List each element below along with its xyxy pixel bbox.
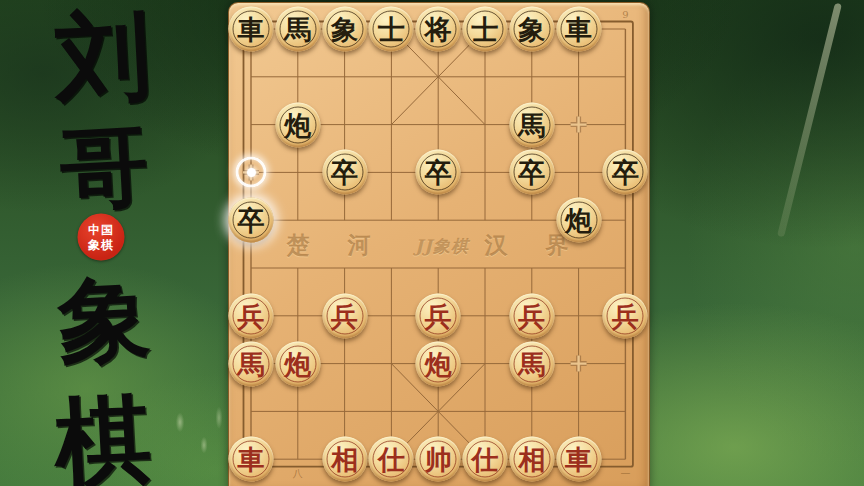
piece-glyph: 仕 [472,446,499,473]
river-label-left: 楚 河 [286,230,385,261]
app-watermark: JJ象棋 [415,235,469,258]
file-label-top-9: 9 [622,9,628,20]
piece-black-将[interactable]: 将 [416,7,461,52]
piece-glyph: 士 [472,16,499,43]
piece-glyph: 馬 [518,111,545,138]
piece-glyph: 士 [378,16,405,43]
piece-red-仕[interactable]: 仕 [463,437,508,482]
calligraphy-char-1: 刘 [53,7,154,108]
piece-red-馬[interactable]: 馬 [509,341,554,386]
piece-glyph: 卒 [331,159,358,186]
piece-glyph: 炮 [565,207,592,234]
seal-text-line2: 象棋 [88,237,114,251]
light-twigs [168,395,228,486]
xiangqi-board[interactable]: 楚 河 JJ象棋 汉 界 123456789九八七六五四三二一 車馬象士将士象車… [228,2,650,486]
piece-black-士[interactable]: 士 [369,7,414,52]
piece-glyph: 兵 [238,302,265,329]
piece-red-兵[interactable]: 兵 [322,293,367,338]
piece-red-兵[interactable]: 兵 [416,293,461,338]
piece-black-馬[interactable]: 馬 [509,102,554,147]
tree-trunk [777,3,842,238]
piece-glyph: 相 [331,446,358,473]
piece-black-士[interactable]: 士 [463,7,508,52]
piece-glyph: 車 [565,16,592,43]
piece-red-車[interactable]: 車 [556,437,601,482]
piece-red-帅[interactable]: 帅 [416,437,461,482]
piece-glyph: 炮 [425,350,452,377]
red-seal: 中国 象棋 [78,214,125,261]
piece-red-兵[interactable]: 兵 [509,293,554,338]
piece-glyph: 帅 [425,446,452,473]
piece-black-卒[interactable]: 卒 [603,150,648,195]
file-label-bottom-9: 一 [620,467,630,481]
piece-glyph: 卒 [612,159,639,186]
piece-black-車[interactable]: 車 [556,7,601,52]
piece-glyph: 卒 [238,207,265,234]
piece-black-馬[interactable]: 馬 [275,7,320,52]
piece-glyph: 兵 [425,302,452,329]
seal-text-line1: 中国 [88,223,114,237]
last-move-origin-marker [236,157,267,188]
piece-red-仕[interactable]: 仕 [369,437,414,482]
piece-black-車[interactable]: 車 [229,7,274,52]
piece-glyph: 炮 [284,111,311,138]
piece-glyph: 馬 [518,350,545,377]
calligraphy-char-3: 象 [56,272,153,369]
piece-black-卒[interactable]: 卒 [322,150,367,195]
piece-red-炮[interactable]: 炮 [416,341,461,386]
piece-black-卒[interactable]: 卒 [229,198,274,243]
piece-red-兵[interactable]: 兵 [603,293,648,338]
calligraphy-char-2: 哥 [58,121,150,213]
piece-glyph: 車 [565,446,592,473]
piece-glyph: 卒 [518,159,545,186]
piece-black-炮[interactable]: 炮 [275,102,320,147]
piece-black-卒[interactable]: 卒 [416,150,461,195]
piece-glyph: 車 [238,446,265,473]
piece-glyph: 馬 [238,350,265,377]
piece-glyph: 兵 [331,302,358,329]
piece-red-車[interactable]: 車 [229,437,274,482]
calligraphy-char-4: 棋 [53,391,154,486]
piece-black-象[interactable]: 象 [322,7,367,52]
piece-red-兵[interactable]: 兵 [229,293,274,338]
piece-glyph: 卒 [425,159,452,186]
piece-red-相[interactable]: 相 [322,437,367,482]
piece-glyph: 象 [331,16,358,43]
piece-glyph: 馬 [284,16,311,43]
piece-red-相[interactable]: 相 [509,437,554,482]
piece-glyph: 相 [518,446,545,473]
piece-glyph: 車 [238,16,265,43]
piece-black-炮[interactable]: 炮 [556,198,601,243]
piece-red-馬[interactable]: 馬 [229,341,274,386]
piece-glyph: 兵 [612,302,639,329]
piece-glyph: 兵 [518,302,545,329]
piece-glyph: 象 [518,16,545,43]
piece-glyph: 炮 [284,350,311,377]
file-label-bottom-2: 八 [293,467,303,481]
piece-glyph: 将 [425,16,452,43]
piece-glyph: 仕 [378,446,405,473]
piece-red-炮[interactable]: 炮 [275,341,320,386]
piece-black-卒[interactable]: 卒 [509,150,554,195]
piece-black-象[interactable]: 象 [509,7,554,52]
